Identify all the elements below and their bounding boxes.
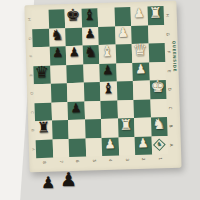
black-pawn[interactable]: ♟ xyxy=(68,46,80,59)
square-c6[interactable]: ♟ xyxy=(67,101,84,120)
white-queen[interactable]: ♛ xyxy=(133,42,148,58)
square-f6[interactable]: ♟ xyxy=(66,46,83,65)
black-knight[interactable]: ♞ xyxy=(50,27,63,42)
square-d7[interactable] xyxy=(50,83,67,102)
file-label: A xyxy=(23,146,42,153)
square-b4[interactable] xyxy=(101,119,118,138)
square-g6[interactable] xyxy=(65,27,82,46)
black-knight[interactable]: ♞ xyxy=(84,45,97,60)
black-pawn[interactable]: ♟ xyxy=(52,47,64,60)
rank-label: 2 xyxy=(141,151,147,168)
captured-black-pawn: ♟ xyxy=(41,175,55,191)
board-grid: ♚♝♟♜♞♟♟♟♟♞♝♛♛♟♟♝♚♟♜♜♞♟♟ xyxy=(32,6,169,158)
file-label: H xyxy=(19,16,38,23)
square-d4[interactable]: ♝ xyxy=(100,82,117,101)
square-d6[interactable] xyxy=(67,83,84,102)
file-label: C xyxy=(161,104,180,111)
square-b5[interactable] xyxy=(85,119,102,138)
file-label: B xyxy=(23,127,42,134)
square-c4[interactable] xyxy=(100,100,117,119)
file-label: H xyxy=(158,12,177,19)
square-e3[interactable] xyxy=(116,63,133,82)
white-rook[interactable]: ♜ xyxy=(119,118,132,133)
white-pawn[interactable]: ♟ xyxy=(133,7,145,20)
square-f5[interactable]: ♞ xyxy=(82,45,99,64)
file-label: D xyxy=(21,90,40,97)
square-f2[interactable]: ♛ xyxy=(132,44,149,63)
file-label: C xyxy=(22,109,41,116)
square-b6[interactable] xyxy=(68,120,85,139)
captured-black-pawn: ♟ xyxy=(60,170,77,189)
square-h3[interactable] xyxy=(114,7,131,26)
knight-logo-glyph: ♞ xyxy=(156,141,162,148)
square-g7[interactable]: ♞ xyxy=(49,28,66,47)
square-d2[interactable] xyxy=(133,81,150,100)
chess-board: ♚♝♟♜♞♟♟♟♟♞♝♛♛♟♟♝♚♟♜♜♞♟♟ 87654321 HGFEDCB… xyxy=(24,1,181,173)
black-pawn[interactable]: ♟ xyxy=(102,64,114,77)
square-b3[interactable]: ♜ xyxy=(118,118,135,137)
white-pawn[interactable]: ♟ xyxy=(137,137,149,150)
square-f4[interactable]: ♝ xyxy=(99,45,116,64)
file-label: E xyxy=(21,72,40,79)
black-pawn[interactable]: ♟ xyxy=(84,27,96,40)
square-f7[interactable]: ♟ xyxy=(49,46,66,65)
square-b7[interactable] xyxy=(52,120,69,139)
rank-label: 5 xyxy=(91,152,97,169)
square-f3[interactable] xyxy=(115,44,132,63)
square-h2[interactable]: ♟ xyxy=(131,7,148,26)
square-h4[interactable] xyxy=(98,8,115,27)
square-e6[interactable] xyxy=(66,64,83,83)
file-label: B xyxy=(161,123,180,130)
square-e7[interactable] xyxy=(50,65,67,84)
file-label: F xyxy=(20,53,39,60)
black-bishop[interactable]: ♝ xyxy=(102,81,115,96)
square-h5[interactable]: ♝ xyxy=(81,8,98,27)
square-g3[interactable]: ♟ xyxy=(115,26,132,45)
square-h6[interactable]: ♚ xyxy=(65,9,82,28)
knight-in-diamond-icon: ♞ xyxy=(153,139,165,151)
rank-label: 4 xyxy=(108,152,114,169)
black-pawn[interactable]: ♟ xyxy=(70,102,82,115)
square-e5[interactable] xyxy=(83,64,100,83)
square-c5[interactable] xyxy=(84,101,101,120)
black-bishop[interactable]: ♝ xyxy=(83,8,96,23)
rank-label: 1 xyxy=(157,150,163,167)
square-d3[interactable] xyxy=(116,81,133,100)
white-bishop[interactable]: ♝ xyxy=(100,44,113,59)
square-e2[interactable]: ♟ xyxy=(132,62,149,81)
white-pawn[interactable]: ♟ xyxy=(117,26,129,39)
square-c2[interactable] xyxy=(133,99,150,118)
white-pawn[interactable]: ♟ xyxy=(135,63,147,76)
white-pawn[interactable]: ♟ xyxy=(104,138,116,151)
file-label: G xyxy=(20,35,39,42)
square-c7[interactable] xyxy=(51,102,68,121)
rank-label: 8 xyxy=(42,154,48,171)
square-d5[interactable] xyxy=(83,82,100,101)
rank-label: 3 xyxy=(124,151,130,168)
square-b2[interactable] xyxy=(134,118,151,137)
file-label: G xyxy=(159,30,178,37)
black-king[interactable]: ♚ xyxy=(66,7,81,23)
